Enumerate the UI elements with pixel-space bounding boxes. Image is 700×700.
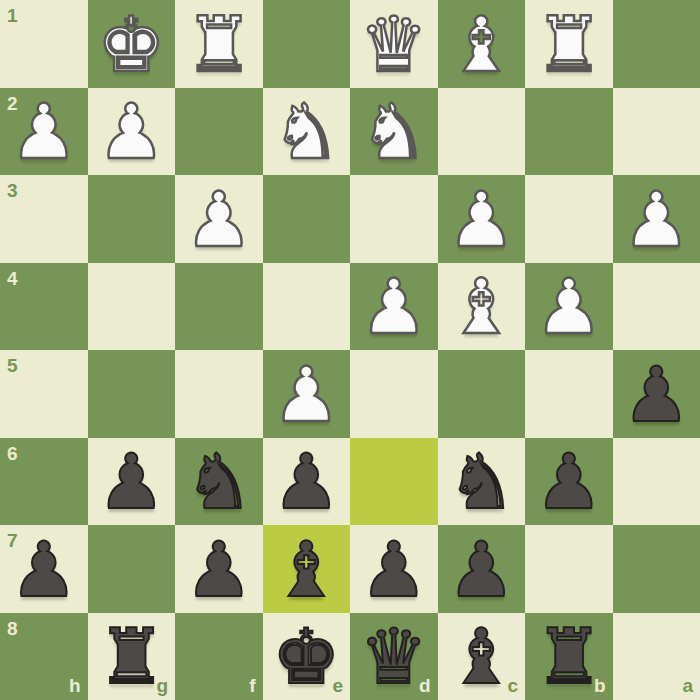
- rank-label-8: 8: [7, 619, 18, 638]
- rank-label-2: 2: [7, 94, 18, 113]
- square-d1[interactable]: ♛: [350, 0, 438, 88]
- square-d7[interactable]: ♟: [350, 525, 438, 613]
- square-e7[interactable]: ♝: [263, 525, 351, 613]
- square-a1[interactable]: [613, 0, 700, 88]
- white-bishop-piece[interactable]: ♝: [447, 7, 515, 83]
- rank-label-4: 4: [7, 269, 18, 288]
- square-e5[interactable]: ♟: [263, 350, 351, 438]
- square-d5[interactable]: [350, 350, 438, 438]
- square-g2[interactable]: ♟: [88, 88, 176, 176]
- square-g7[interactable]: [88, 525, 176, 613]
- square-h2[interactable]: ♟2: [0, 88, 88, 176]
- black-bishop-piece[interactable]: ♝: [447, 619, 515, 695]
- square-a5[interactable]: ♟: [613, 350, 700, 438]
- square-b6[interactable]: ♟: [525, 438, 613, 526]
- file-label-g: g: [156, 676, 168, 695]
- file-label-c: c: [507, 676, 518, 695]
- square-e3[interactable]: [263, 175, 351, 263]
- white-rook-piece[interactable]: ♜: [185, 7, 253, 83]
- square-b8[interactable]: ♜b: [525, 613, 613, 700]
- square-e1[interactable]: [263, 0, 351, 88]
- black-pawn-piece[interactable]: ♟: [622, 357, 690, 433]
- rank-label-6: 6: [7, 444, 18, 463]
- black-rook-piece[interactable]: ♜: [535, 619, 603, 695]
- black-rook-piece[interactable]: ♜: [97, 619, 165, 695]
- square-e8[interactable]: ♚e: [263, 613, 351, 700]
- file-label-b: b: [594, 676, 606, 695]
- square-f6[interactable]: ♞: [175, 438, 263, 526]
- file-label-f: f: [249, 676, 255, 695]
- black-pawn-piece[interactable]: ♟: [447, 532, 515, 608]
- square-a6[interactable]: [613, 438, 700, 526]
- square-c6[interactable]: ♞: [438, 438, 526, 526]
- white-pawn-piece[interactable]: ♟: [447, 182, 515, 258]
- square-e2[interactable]: ♞: [263, 88, 351, 176]
- white-pawn-piece[interactable]: ♟: [185, 182, 253, 258]
- file-label-d: d: [419, 676, 431, 695]
- square-d6[interactable]: [350, 438, 438, 526]
- square-f1[interactable]: ♜: [175, 0, 263, 88]
- square-c4[interactable]: ♝: [438, 263, 526, 351]
- square-e6[interactable]: ♟: [263, 438, 351, 526]
- square-f3[interactable]: ♟: [175, 175, 263, 263]
- rank-label-7: 7: [7, 531, 18, 550]
- white-pawn-piece[interactable]: ♟: [360, 269, 428, 345]
- square-c1[interactable]: ♝: [438, 0, 526, 88]
- white-pawn-piece[interactable]: ♟: [10, 94, 78, 170]
- square-g3[interactable]: [88, 175, 176, 263]
- square-a2[interactable]: [613, 88, 700, 176]
- file-label-e: e: [332, 676, 343, 695]
- square-g6[interactable]: ♟: [88, 438, 176, 526]
- square-g4[interactable]: [88, 263, 176, 351]
- square-b3[interactable]: [525, 175, 613, 263]
- white-rook-piece[interactable]: ♜: [535, 7, 603, 83]
- square-g8[interactable]: ♜g: [88, 613, 176, 700]
- file-label-h: h: [69, 676, 81, 695]
- square-a7[interactable]: [613, 525, 700, 613]
- square-c2[interactable]: [438, 88, 526, 176]
- square-f2[interactable]: [175, 88, 263, 176]
- square-b2[interactable]: [525, 88, 613, 176]
- square-g1[interactable]: ♚: [88, 0, 176, 88]
- square-d3[interactable]: [350, 175, 438, 263]
- white-pawn-piece[interactable]: ♟: [97, 94, 165, 170]
- square-d4[interactable]: ♟: [350, 263, 438, 351]
- black-king-piece[interactable]: ♚: [272, 619, 340, 695]
- black-pawn-piece[interactable]: ♟: [10, 532, 78, 608]
- rank-label-1: 1: [7, 6, 18, 25]
- black-queen-piece[interactable]: ♛: [360, 619, 428, 695]
- square-g5[interactable]: [88, 350, 176, 438]
- chess-board: 1♚♜♛♝♜♟2♟♞♞3♟♟♟4♟♝♟5♟♟6♟♞♟♞♟♟7♟♝♟♟8h♜gf♚…: [0, 0, 700, 700]
- white-knight-piece[interactable]: ♞: [360, 94, 428, 170]
- square-f8[interactable]: f: [175, 613, 263, 700]
- white-bishop-piece[interactable]: ♝: [447, 269, 515, 345]
- white-knight-piece[interactable]: ♞: [272, 94, 340, 170]
- square-c3[interactable]: ♟: [438, 175, 526, 263]
- square-b5[interactable]: [525, 350, 613, 438]
- square-c7[interactable]: ♟: [438, 525, 526, 613]
- rank-label-5: 5: [7, 356, 18, 375]
- white-pawn-piece[interactable]: ♟: [622, 182, 690, 258]
- square-f5[interactable]: [175, 350, 263, 438]
- square-h5[interactable]: 5: [0, 350, 88, 438]
- square-b4[interactable]: ♟: [525, 263, 613, 351]
- black-pawn-piece[interactable]: ♟: [360, 532, 428, 608]
- black-pawn-piece[interactable]: ♟: [272, 444, 340, 520]
- file-label-a: a: [682, 676, 693, 695]
- black-knight-piece[interactable]: ♞: [447, 444, 515, 520]
- white-pawn-piece[interactable]: ♟: [535, 269, 603, 345]
- square-h3[interactable]: 3: [0, 175, 88, 263]
- black-knight-piece[interactable]: ♞: [185, 444, 253, 520]
- square-h4[interactable]: 4: [0, 263, 88, 351]
- square-b7[interactable]: [525, 525, 613, 613]
- white-queen-piece[interactable]: ♛: [360, 7, 428, 83]
- square-f7[interactable]: ♟: [175, 525, 263, 613]
- square-a3[interactable]: ♟: [613, 175, 700, 263]
- square-c8[interactable]: ♝c: [438, 613, 526, 700]
- square-h6[interactable]: 6: [0, 438, 88, 526]
- black-pawn-piece[interactable]: ♟: [97, 444, 165, 520]
- black-pawn-piece[interactable]: ♟: [535, 444, 603, 520]
- black-bishop-piece[interactable]: ♝: [272, 532, 340, 608]
- square-a8[interactable]: a: [613, 613, 700, 700]
- square-h1[interactable]: 1: [0, 0, 88, 88]
- rank-label-3: 3: [7, 181, 18, 200]
- square-d8[interactable]: ♛d: [350, 613, 438, 700]
- white-king-piece[interactable]: ♚: [97, 7, 165, 83]
- square-b1[interactable]: ♜: [525, 0, 613, 88]
- white-pawn-piece[interactable]: ♟: [272, 357, 340, 433]
- square-f4[interactable]: [175, 263, 263, 351]
- square-h7[interactable]: ♟7: [0, 525, 88, 613]
- square-d2[interactable]: ♞: [350, 88, 438, 176]
- square-c5[interactable]: [438, 350, 526, 438]
- square-a4[interactable]: [613, 263, 700, 351]
- square-h8[interactable]: 8h: [0, 613, 88, 700]
- black-pawn-piece[interactable]: ♟: [185, 532, 253, 608]
- square-e4[interactable]: [263, 263, 351, 351]
